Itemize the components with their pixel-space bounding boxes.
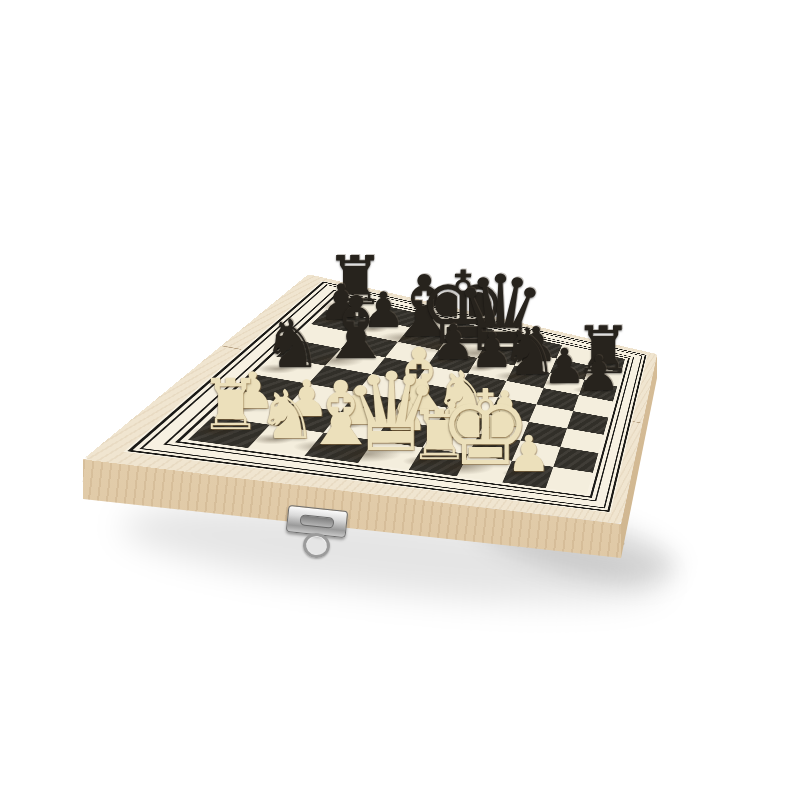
clasp-slot bbox=[300, 514, 335, 528]
chess-board bbox=[188, 296, 625, 494]
product-photo-stage: ♜♟♟♝♚♛♝♟♟♟♞♜♞♟♟♟♝♟♞♟♟♜♟♞♟♟♝♛♜♚♟ bbox=[0, 0, 800, 800]
